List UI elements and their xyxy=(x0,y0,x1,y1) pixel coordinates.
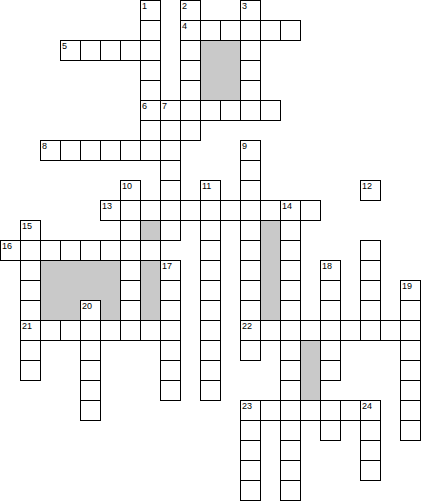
cell[interactable] xyxy=(180,0,201,21)
cell[interactable] xyxy=(20,320,41,341)
cell[interactable] xyxy=(280,220,301,241)
cell[interactable] xyxy=(340,400,361,421)
cell[interactable] xyxy=(160,120,181,141)
cell[interactable] xyxy=(240,160,261,181)
cell[interactable] xyxy=(240,340,261,361)
cell[interactable] xyxy=(240,20,261,41)
cell[interactable] xyxy=(120,140,141,161)
cell[interactable] xyxy=(140,140,161,161)
cell[interactable] xyxy=(100,240,121,261)
cell[interactable] xyxy=(240,180,261,201)
crossword-grid: 123456789101112131415161718192021222324 xyxy=(0,0,421,501)
cell[interactable] xyxy=(140,100,161,121)
cell[interactable] xyxy=(220,20,241,41)
cell[interactable] xyxy=(280,320,301,341)
cell[interactable] xyxy=(280,360,301,381)
cell[interactable] xyxy=(360,400,381,421)
cell[interactable] xyxy=(240,480,261,501)
cell[interactable] xyxy=(0,240,21,261)
cell[interactable] xyxy=(300,200,321,221)
cell[interactable] xyxy=(240,240,261,261)
cell[interactable] xyxy=(320,400,341,421)
cell[interactable] xyxy=(80,380,101,401)
cell[interactable] xyxy=(160,200,181,221)
cell[interactable] xyxy=(200,320,221,341)
cell[interactable] xyxy=(80,300,101,321)
cell[interactable] xyxy=(20,340,41,361)
cell[interactable] xyxy=(320,280,341,301)
cell[interactable] xyxy=(140,0,161,21)
cell[interactable] xyxy=(200,180,221,201)
cell[interactable] xyxy=(360,440,381,461)
cell[interactable] xyxy=(180,40,201,61)
cell[interactable] xyxy=(60,40,81,61)
cell[interactable] xyxy=(220,200,241,221)
cell[interactable] xyxy=(280,260,301,281)
cell[interactable] xyxy=(400,400,421,421)
cell[interactable] xyxy=(40,320,61,341)
cell[interactable] xyxy=(140,60,161,81)
cell[interactable] xyxy=(100,40,121,61)
cell[interactable] xyxy=(360,320,381,341)
cell[interactable] xyxy=(240,300,261,321)
cell[interactable] xyxy=(200,340,221,361)
cell[interactable] xyxy=(280,380,301,401)
cell[interactable] xyxy=(120,240,141,261)
cell[interactable] xyxy=(80,240,101,261)
cell[interactable] xyxy=(120,280,141,301)
cell[interactable] xyxy=(260,200,281,221)
cell[interactable] xyxy=(20,220,41,241)
cell[interactable] xyxy=(240,220,261,241)
cell[interactable] xyxy=(160,300,181,321)
cell[interactable] xyxy=(280,420,301,441)
cell[interactable] xyxy=(20,240,41,261)
cell[interactable] xyxy=(280,200,301,221)
cell[interactable] xyxy=(360,240,381,261)
cell[interactable] xyxy=(240,260,261,281)
shaded-block xyxy=(140,220,161,241)
cell[interactable] xyxy=(140,80,161,101)
cell[interactable] xyxy=(280,300,301,321)
cell[interactable] xyxy=(140,20,161,41)
cell[interactable] xyxy=(60,140,81,161)
cell[interactable] xyxy=(80,320,101,341)
cell[interactable] xyxy=(280,240,301,261)
cell[interactable] xyxy=(320,360,341,381)
cell[interactable] xyxy=(60,320,81,341)
cell[interactable] xyxy=(200,240,221,261)
cell[interactable] xyxy=(180,80,201,101)
cell[interactable] xyxy=(200,300,221,321)
cell[interactable] xyxy=(160,280,181,301)
cell[interactable] xyxy=(400,280,421,301)
cell[interactable] xyxy=(280,20,301,41)
cell[interactable] xyxy=(320,420,341,441)
cell[interactable] xyxy=(240,0,261,21)
cell[interactable] xyxy=(160,180,181,201)
cell[interactable] xyxy=(20,280,41,301)
cell[interactable] xyxy=(280,440,301,461)
cell[interactable] xyxy=(80,40,101,61)
cell[interactable] xyxy=(280,340,301,361)
cell[interactable] xyxy=(320,320,341,341)
cell[interactable] xyxy=(300,320,321,341)
cell[interactable] xyxy=(240,460,261,481)
cell[interactable] xyxy=(120,320,141,341)
cell[interactable] xyxy=(280,480,301,501)
cell[interactable] xyxy=(280,460,301,481)
cell[interactable] xyxy=(160,100,181,121)
cell[interactable] xyxy=(100,320,121,341)
cell[interactable] xyxy=(260,400,281,421)
cell[interactable] xyxy=(200,200,221,221)
cell[interactable] xyxy=(20,300,41,321)
cell[interactable] xyxy=(240,400,261,421)
cell[interactable] xyxy=(240,100,261,121)
cell[interactable] xyxy=(80,340,101,361)
cell[interactable] xyxy=(200,100,221,121)
cell[interactable] xyxy=(260,100,281,121)
cell[interactable] xyxy=(160,360,181,381)
cell[interactable] xyxy=(180,200,201,221)
cell[interactable] xyxy=(160,340,181,361)
cell[interactable] xyxy=(200,380,221,401)
cell[interactable] xyxy=(320,300,341,321)
cell[interactable] xyxy=(160,220,181,241)
shaded-block xyxy=(140,260,161,321)
cell[interactable] xyxy=(200,260,221,281)
cell[interactable] xyxy=(360,180,381,201)
cell[interactable] xyxy=(260,320,281,341)
cell[interactable] xyxy=(80,360,101,381)
cell[interactable] xyxy=(400,360,421,381)
cell[interactable] xyxy=(200,280,221,301)
cell[interactable] xyxy=(120,300,141,321)
cell[interactable] xyxy=(140,120,161,141)
cell[interactable] xyxy=(360,260,381,281)
cell[interactable] xyxy=(320,340,341,361)
cell[interactable] xyxy=(200,20,221,41)
shaded-block xyxy=(260,220,281,321)
cell[interactable] xyxy=(20,260,41,281)
cell[interactable] xyxy=(400,300,421,321)
cell[interactable] xyxy=(240,440,261,461)
cell[interactable] xyxy=(240,420,261,441)
cell[interactable] xyxy=(360,300,381,321)
cell[interactable] xyxy=(140,200,161,221)
cell[interactable] xyxy=(280,400,301,421)
cell[interactable] xyxy=(40,240,61,261)
cell[interactable] xyxy=(200,360,221,381)
cell[interactable] xyxy=(100,140,121,161)
cell[interactable] xyxy=(160,380,181,401)
shaded-block xyxy=(300,340,321,401)
cell[interactable] xyxy=(400,380,421,401)
cell[interactable] xyxy=(280,280,301,301)
cell[interactable] xyxy=(400,320,421,341)
cell[interactable] xyxy=(180,100,201,121)
cell[interactable] xyxy=(360,420,381,441)
cell[interactable] xyxy=(120,260,141,281)
cell[interactable] xyxy=(240,40,261,61)
cell[interactable] xyxy=(180,60,201,81)
cell[interactable] xyxy=(220,100,241,121)
cell[interactable] xyxy=(340,320,361,341)
cell[interactable] xyxy=(160,320,181,341)
cell[interactable] xyxy=(240,140,261,161)
cell[interactable] xyxy=(240,320,261,341)
shaded-block xyxy=(200,40,241,101)
cell[interactable] xyxy=(80,140,101,161)
cell[interactable] xyxy=(240,80,261,101)
cell[interactable] xyxy=(240,280,261,301)
cell[interactable] xyxy=(160,140,181,161)
cell[interactable] xyxy=(260,20,281,41)
cell[interactable] xyxy=(240,60,261,81)
cell[interactable] xyxy=(400,340,421,361)
cell[interactable] xyxy=(120,40,141,61)
cell[interactable] xyxy=(320,260,341,281)
cell[interactable] xyxy=(180,120,201,141)
cell[interactable] xyxy=(120,180,141,201)
cell[interactable] xyxy=(200,220,221,241)
cell[interactable] xyxy=(360,280,381,301)
cell[interactable] xyxy=(20,360,41,381)
cell[interactable] xyxy=(100,200,121,221)
cell[interactable] xyxy=(120,220,141,241)
cell[interactable] xyxy=(240,200,261,221)
cell[interactable] xyxy=(180,20,201,41)
cell[interactable] xyxy=(80,400,101,421)
cell[interactable] xyxy=(40,140,61,161)
cell[interactable] xyxy=(140,40,161,61)
cell[interactable] xyxy=(380,320,401,341)
cell[interactable] xyxy=(120,200,141,221)
cell[interactable] xyxy=(160,160,181,181)
cell[interactable] xyxy=(60,240,81,261)
cell[interactable] xyxy=(140,240,161,261)
cell[interactable] xyxy=(140,320,161,341)
cell[interactable] xyxy=(400,420,421,441)
cell[interactable] xyxy=(160,260,181,281)
cell[interactable] xyxy=(360,460,381,481)
cell[interactable] xyxy=(300,400,321,421)
